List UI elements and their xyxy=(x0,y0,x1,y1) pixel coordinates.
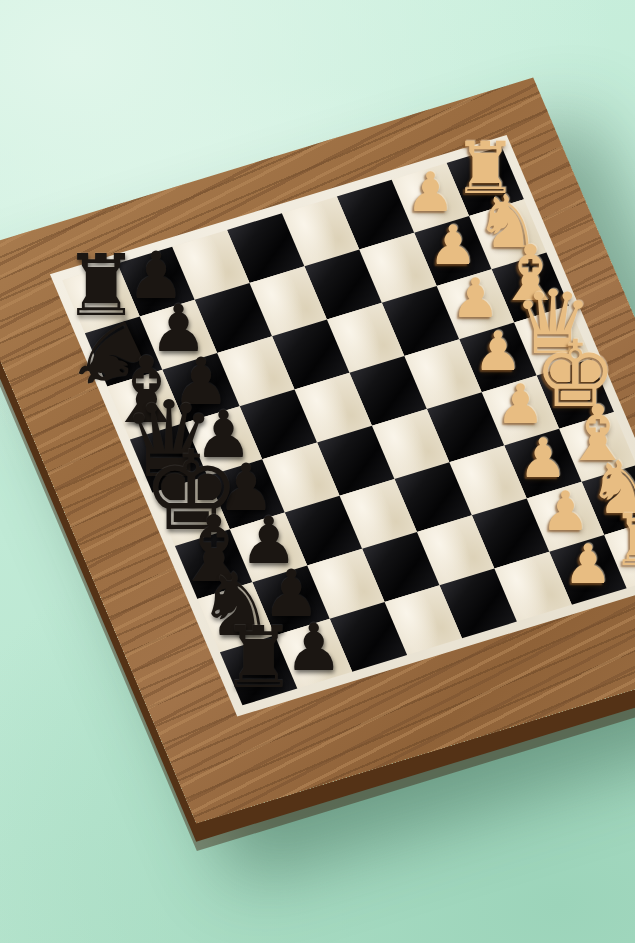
board-border: ♜♞♝♛♚♝♞♜♟♟♟♟♟♟♟♟♟♟♟♟♟♟♟♟♜♞♝♛♚♝♞♜ xyxy=(50,135,635,717)
wooden-frame: ♜♞♝♛♚♝♞♜♟♟♟♟♟♟♟♟♟♟♟♟♟♟♟♟♜♞♝♛♚♝♞♜ xyxy=(0,78,635,824)
square-h8[interactable]: ♜ xyxy=(220,635,297,705)
table-surface: ♜♞♝♛♚♝♞♜♟♟♟♟♟♟♟♟♟♟♟♟♟♟♟♟♜♞♝♛♚♝♞♜ xyxy=(0,0,635,943)
chessboard: ♜♞♝♛♚♝♞♜♟♟♟♟♟♟♟♟♟♟♟♟♟♟♟♟♜♞♝♛♚♝♞♜ xyxy=(62,146,635,705)
